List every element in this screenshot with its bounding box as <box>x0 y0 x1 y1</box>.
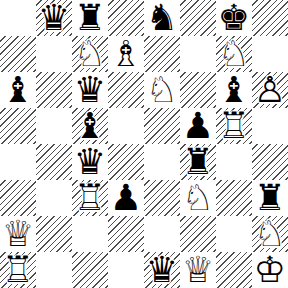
square-g7[interactable]: ♞♘ <box>216 36 252 72</box>
square-c4[interactable]: ♛♛ <box>72 144 108 180</box>
square-f3[interactable]: ♞♘ <box>180 180 216 216</box>
square-e3[interactable] <box>144 180 180 216</box>
square-g3[interactable] <box>216 180 252 216</box>
square-h8[interactable] <box>252 0 288 36</box>
square-a3[interactable] <box>0 180 36 216</box>
square-g8[interactable]: ♚♚ <box>216 0 252 36</box>
piece-black-rook[interactable]: ♜♜ <box>72 0 108 36</box>
black-bishop-glyph: ♝ <box>72 108 108 144</box>
square-a4[interactable] <box>0 144 36 180</box>
piece-black-queen[interactable]: ♛♛ <box>72 144 108 180</box>
piece-black-knight[interactable]: ♞♞ <box>144 0 180 36</box>
piece-white-knight[interactable]: ♞♘ <box>216 36 252 72</box>
square-d6[interactable] <box>108 72 144 108</box>
square-e7[interactable] <box>144 36 180 72</box>
square-e5[interactable] <box>144 108 180 144</box>
square-f2[interactable] <box>180 216 216 252</box>
piece-white-rook[interactable]: ♜♖ <box>216 108 252 144</box>
square-d4[interactable] <box>108 144 144 180</box>
black-pawn-glyph: ♟ <box>180 108 216 144</box>
piece-white-knight[interactable]: ♞♘ <box>144 72 180 108</box>
square-h4[interactable] <box>252 144 288 180</box>
square-g4[interactable] <box>216 144 252 180</box>
black-bishop-glyph: ♝ <box>0 72 36 108</box>
piece-black-rook[interactable]: ♜♜ <box>180 144 216 180</box>
piece-black-bishop[interactable]: ♝♝ <box>216 72 252 108</box>
piece-black-bishop[interactable]: ♝♝ <box>72 108 108 144</box>
piece-white-king[interactable]: ♚♔ <box>252 252 288 288</box>
piece-black-bishop[interactable]: ♝♝ <box>0 72 36 108</box>
piece-white-knight[interactable]: ♞♘ <box>252 216 288 252</box>
square-c6[interactable]: ♛♛ <box>72 72 108 108</box>
piece-white-rook[interactable]: ♜♖ <box>72 180 108 216</box>
piece-white-queen[interactable]: ♛♕ <box>0 216 36 252</box>
square-d8[interactable] <box>108 0 144 36</box>
piece-white-rook[interactable]: ♜♖ <box>0 252 36 288</box>
black-queen-glyph: ♛ <box>144 252 180 288</box>
white-rook-glyph: ♖ <box>216 108 252 144</box>
black-queen-glyph: ♛ <box>72 72 108 108</box>
black-rook-glyph: ♜ <box>180 144 216 180</box>
white-rook-glyph: ♖ <box>0 252 36 288</box>
piece-white-pawn[interactable]: ♟♙ <box>252 72 288 108</box>
piece-black-pawn[interactable]: ♟♟ <box>180 108 216 144</box>
square-a6[interactable]: ♝♝ <box>0 72 36 108</box>
square-a8[interactable] <box>0 0 36 36</box>
square-a2[interactable]: ♛♕ <box>0 216 36 252</box>
piece-black-queen[interactable]: ♛♛ <box>36 0 72 36</box>
square-f4[interactable]: ♜♜ <box>180 144 216 180</box>
square-d2[interactable] <box>108 216 144 252</box>
square-b7[interactable] <box>36 36 72 72</box>
white-knight-glyph: ♘ <box>216 36 252 72</box>
piece-black-queen[interactable]: ♛♛ <box>72 72 108 108</box>
piece-white-bishop[interactable]: ♝♗ <box>108 36 144 72</box>
square-c2[interactable] <box>72 216 108 252</box>
black-queen-glyph: ♛ <box>36 0 72 36</box>
square-b6[interactable] <box>36 72 72 108</box>
white-knight-glyph: ♘ <box>144 72 180 108</box>
white-knight-glyph: ♘ <box>252 216 288 252</box>
chess-board: ♛♛♜♜♞♞♚♚♞♘♝♗♞♘♝♝♛♛♞♘♝♝♟♙♝♝♟♟♜♖♛♛♜♜♜♖♟♟♞♘… <box>0 0 288 288</box>
piece-white-queen[interactable]: ♛♕ <box>180 252 216 288</box>
square-e2[interactable] <box>144 216 180 252</box>
square-f6[interactable] <box>180 72 216 108</box>
square-c7[interactable]: ♞♘ <box>72 36 108 72</box>
white-queen-glyph: ♕ <box>180 252 216 288</box>
square-c8[interactable]: ♜♜ <box>72 0 108 36</box>
piece-white-knight[interactable]: ♞♘ <box>180 180 216 216</box>
white-king-glyph: ♔ <box>252 252 288 288</box>
square-b1[interactable] <box>36 252 72 288</box>
white-rook-glyph: ♖ <box>72 180 108 216</box>
square-g2[interactable] <box>216 216 252 252</box>
square-f5[interactable]: ♟♟ <box>180 108 216 144</box>
piece-black-pawn[interactable]: ♟♟ <box>108 180 144 216</box>
square-d7[interactable]: ♝♗ <box>108 36 144 72</box>
square-a7[interactable] <box>0 36 36 72</box>
piece-black-queen[interactable]: ♛♛ <box>144 252 180 288</box>
square-a5[interactable] <box>0 108 36 144</box>
square-h2[interactable]: ♞♘ <box>252 216 288 252</box>
square-d1[interactable] <box>108 252 144 288</box>
square-c3[interactable]: ♜♖ <box>72 180 108 216</box>
square-h1[interactable]: ♚♔ <box>252 252 288 288</box>
square-b3[interactable] <box>36 180 72 216</box>
piece-white-knight[interactable]: ♞♘ <box>72 36 108 72</box>
square-a1[interactable]: ♜♖ <box>0 252 36 288</box>
black-pawn-glyph: ♟ <box>108 180 144 216</box>
square-b2[interactable] <box>36 216 72 252</box>
square-g5[interactable]: ♜♖ <box>216 108 252 144</box>
black-queen-glyph: ♛ <box>72 144 108 180</box>
piece-black-rook[interactable]: ♜♜ <box>252 180 288 216</box>
black-rook-glyph: ♜ <box>252 180 288 216</box>
square-g6[interactable]: ♝♝ <box>216 72 252 108</box>
square-f1[interactable]: ♛♕ <box>180 252 216 288</box>
black-king-glyph: ♚ <box>216 0 252 36</box>
square-e4[interactable] <box>144 144 180 180</box>
square-f8[interactable] <box>180 0 216 36</box>
square-g1[interactable] <box>216 252 252 288</box>
black-rook-glyph: ♜ <box>72 0 108 36</box>
square-d3[interactable]: ♟♟ <box>108 180 144 216</box>
square-b8[interactable]: ♛♛ <box>36 0 72 36</box>
white-knight-glyph: ♘ <box>180 180 216 216</box>
white-bishop-glyph: ♗ <box>108 36 144 72</box>
square-d5[interactable] <box>108 108 144 144</box>
square-h6[interactable]: ♟♙ <box>252 72 288 108</box>
square-b4[interactable] <box>36 144 72 180</box>
square-c1[interactable] <box>72 252 108 288</box>
square-e8[interactable]: ♞♞ <box>144 0 180 36</box>
square-h3[interactable]: ♜♜ <box>252 180 288 216</box>
white-knight-glyph: ♘ <box>72 36 108 72</box>
square-b5[interactable] <box>36 108 72 144</box>
square-f7[interactable] <box>180 36 216 72</box>
black-bishop-glyph: ♝ <box>216 72 252 108</box>
square-c5[interactable]: ♝♝ <box>72 108 108 144</box>
piece-black-king[interactable]: ♚♚ <box>216 0 252 36</box>
black-knight-glyph: ♞ <box>144 0 180 36</box>
square-e1[interactable]: ♛♛ <box>144 252 180 288</box>
square-h5[interactable] <box>252 108 288 144</box>
square-e6[interactable]: ♞♘ <box>144 72 180 108</box>
square-h7[interactable] <box>252 36 288 72</box>
white-pawn-glyph: ♙ <box>252 72 288 108</box>
white-queen-glyph: ♕ <box>0 216 36 252</box>
